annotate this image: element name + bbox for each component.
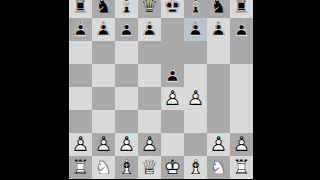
square-f6[interactable] (184, 41, 207, 64)
square-a8[interactable]: ♜♖ (69, 0, 92, 18)
black-pawn[interactable]: ♟♙ (161, 64, 184, 87)
square-g6[interactable] (207, 41, 230, 64)
square-d1[interactable]: ♛♕ (138, 156, 161, 179)
square-f1[interactable]: ♝♗ (184, 156, 207, 179)
white-pawn[interactable]: ♟♙ (92, 133, 115, 156)
square-h6[interactable] (230, 41, 253, 64)
square-h8[interactable]: ♜♖ (230, 0, 253, 18)
black-pawn-outline: ♙ (207, 18, 230, 41)
square-f2[interactable] (184, 133, 207, 156)
white-pawn-outline: ♙ (184, 87, 207, 110)
white-pawn-outline: ♙ (69, 133, 92, 156)
white-queen[interactable]: ♛♕ (138, 156, 161, 179)
white-pawn-outline: ♙ (207, 133, 230, 156)
white-knight-outline: ♘ (207, 156, 230, 179)
square-d4[interactable] (138, 87, 161, 110)
square-b5[interactable] (92, 64, 115, 87)
black-pawn[interactable]: ♟♙ (138, 18, 161, 41)
square-a1[interactable]: ♜♖ (69, 156, 92, 179)
white-queen-outline: ♕ (138, 156, 161, 179)
black-rook-outline: ♖ (69, 0, 92, 18)
white-king[interactable]: ♚♔ (161, 156, 184, 179)
square-f7[interactable]: ♟♙ (184, 18, 207, 41)
square-c7[interactable]: ♟♙ (115, 18, 138, 41)
square-b6[interactable] (92, 41, 115, 64)
white-pawn[interactable]: ♟♙ (69, 133, 92, 156)
square-e6[interactable] (161, 41, 184, 64)
chess-board[interactable]: ♜♖♞♘♝♗♛♕♚♔♝♗♞♘♜♖♟♙♟♙♟♙♟♙♟♙♟♙♟♙♟♙♟♙♟♙♟♙♟♙… (69, 0, 253, 179)
black-pawn-outline: ♙ (69, 18, 92, 41)
square-c4[interactable] (115, 87, 138, 110)
square-b8[interactable]: ♞♘ (92, 0, 115, 18)
square-e8[interactable]: ♚♔ (161, 0, 184, 18)
square-f3[interactable] (184, 110, 207, 133)
square-a7[interactable]: ♟♙ (69, 18, 92, 41)
white-pawn-outline: ♙ (230, 133, 253, 156)
square-g8[interactable]: ♞♘ (207, 0, 230, 18)
square-a3[interactable] (69, 110, 92, 133)
black-pawn[interactable]: ♟♙ (69, 18, 92, 41)
square-b4[interactable] (92, 87, 115, 110)
black-pawn-outline: ♙ (92, 18, 115, 41)
white-knight-outline: ♘ (92, 156, 115, 179)
black-bishop[interactable]: ♝♗ (115, 0, 138, 18)
black-pawn[interactable]: ♟♙ (115, 18, 138, 41)
black-knight[interactable]: ♞♘ (92, 0, 115, 18)
square-b3[interactable] (92, 110, 115, 133)
black-pawn-outline: ♙ (161, 64, 184, 87)
white-pawn[interactable]: ♟♙ (138, 133, 161, 156)
black-knight-outline: ♘ (207, 0, 230, 18)
black-knight[interactable]: ♞♘ (207, 0, 230, 18)
white-pawn-outline: ♙ (161, 87, 184, 110)
white-bishop-outline: ♗ (115, 156, 138, 179)
square-c6[interactable] (115, 41, 138, 64)
black-rook[interactable]: ♜♖ (230, 0, 253, 18)
square-e4[interactable]: ♟♙ (161, 87, 184, 110)
black-pawn[interactable]: ♟♙ (230, 18, 253, 41)
video-frame: ♜♖♞♘♝♗♛♕♚♔♝♗♞♘♜♖♟♙♟♙♟♙♟♙♟♙♟♙♟♙♟♙♟♙♟♙♟♙♟♙… (0, 0, 320, 180)
white-rook-outline: ♖ (69, 156, 92, 179)
square-h4[interactable] (230, 87, 253, 110)
black-pawn[interactable]: ♟♙ (184, 18, 207, 41)
square-g5[interactable] (207, 64, 230, 87)
black-bishop-outline: ♗ (184, 0, 207, 18)
black-rook-outline: ♖ (230, 0, 253, 18)
square-c5[interactable] (115, 64, 138, 87)
square-g4[interactable] (207, 87, 230, 110)
square-f4[interactable]: ♟♙ (184, 87, 207, 110)
black-rook[interactable]: ♜♖ (69, 0, 92, 18)
square-a4[interactable] (69, 87, 92, 110)
square-d6[interactable] (138, 41, 161, 64)
white-pawn-outline: ♙ (92, 133, 115, 156)
square-g1[interactable]: ♞♘ (207, 156, 230, 179)
black-pawn-outline: ♙ (230, 18, 253, 41)
white-pawn[interactable]: ♟♙ (161, 87, 184, 110)
square-e2[interactable] (161, 133, 184, 156)
square-h7[interactable]: ♟♙ (230, 18, 253, 41)
white-bishop[interactable]: ♝♗ (184, 156, 207, 179)
white-bishop-outline: ♗ (184, 156, 207, 179)
square-g3[interactable] (207, 110, 230, 133)
square-h2[interactable]: ♟♙ (230, 133, 253, 156)
white-pawn[interactable]: ♟♙ (115, 133, 138, 156)
black-pawn-outline: ♙ (184, 18, 207, 41)
square-e7[interactable] (161, 18, 184, 41)
black-knight-outline: ♘ (92, 0, 115, 18)
square-c1[interactable]: ♝♗ (115, 156, 138, 179)
white-rook[interactable]: ♜♖ (69, 156, 92, 179)
black-queen-outline: ♕ (138, 0, 161, 18)
black-pawn-outline: ♙ (138, 18, 161, 41)
square-a6[interactable] (69, 41, 92, 64)
white-rook[interactable]: ♜♖ (230, 156, 253, 179)
square-d7[interactable]: ♟♙ (138, 18, 161, 41)
black-bishop-outline: ♗ (115, 0, 138, 18)
square-h3[interactable] (230, 110, 253, 133)
white-pawn[interactable]: ♟♙ (207, 133, 230, 156)
white-king-outline: ♔ (161, 156, 184, 179)
square-d2[interactable]: ♟♙ (138, 133, 161, 156)
black-pawn[interactable]: ♟♙ (92, 18, 115, 41)
white-pawn[interactable]: ♟♙ (230, 133, 253, 156)
square-b2[interactable]: ♟♙ (92, 133, 115, 156)
black-bishop[interactable]: ♝♗ (184, 0, 207, 18)
square-c3[interactable] (115, 110, 138, 133)
square-f8[interactable]: ♝♗ (184, 0, 207, 18)
black-king[interactable]: ♚♔ (161, 0, 184, 18)
square-e1[interactable]: ♚♔ (161, 156, 184, 179)
black-pawn[interactable]: ♟♙ (207, 18, 230, 41)
white-pawn-outline: ♙ (138, 133, 161, 156)
square-g7[interactable]: ♟♙ (207, 18, 230, 41)
square-b1[interactable]: ♞♘ (92, 156, 115, 179)
square-h1[interactable]: ♜♖ (230, 156, 253, 179)
white-pawn-outline: ♙ (115, 133, 138, 156)
white-pawn[interactable]: ♟♙ (184, 87, 207, 110)
white-knight[interactable]: ♞♘ (207, 156, 230, 179)
black-pawn-outline: ♙ (115, 18, 138, 41)
square-b7[interactable]: ♟♙ (92, 18, 115, 41)
square-c2[interactable]: ♟♙ (115, 133, 138, 156)
white-knight[interactable]: ♞♘ (92, 156, 115, 179)
square-a5[interactable] (69, 64, 92, 87)
square-h5[interactable] (230, 64, 253, 87)
square-g2[interactable]: ♟♙ (207, 133, 230, 156)
white-rook-outline: ♖ (230, 156, 253, 179)
square-e5[interactable]: ♟♙ (161, 64, 184, 87)
black-king-outline: ♔ (161, 0, 184, 18)
square-f5[interactable] (184, 64, 207, 87)
square-d8[interactable]: ♛♕ (138, 0, 161, 18)
square-e3[interactable] (161, 110, 184, 133)
square-d5[interactable] (138, 64, 161, 87)
square-d3[interactable] (138, 110, 161, 133)
square-a2[interactable]: ♟♙ (69, 133, 92, 156)
square-c8[interactable]: ♝♗ (115, 0, 138, 18)
black-queen[interactable]: ♛♕ (138, 0, 161, 18)
white-bishop[interactable]: ♝♗ (115, 156, 138, 179)
